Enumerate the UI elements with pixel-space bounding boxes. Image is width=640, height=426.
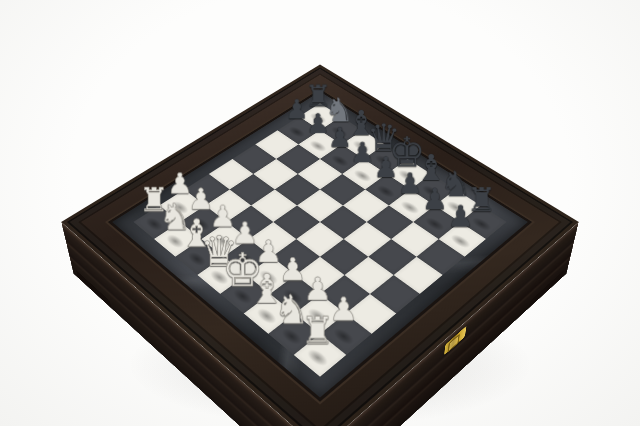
black-pawn-icon: ♟ (437, 193, 482, 241)
case-foot (76, 270, 111, 308)
case-foot (529, 270, 564, 308)
white-rook-icon: ♜ (292, 304, 342, 357)
photo-scene: ♜♞♝♛♚♝♞♜♟♟♟♟♟♟♟♟♟♟♟♟♟♟♟♟♜♞♝♛♚♝♞♜ (0, 0, 640, 426)
brass-latch-hook (447, 333, 459, 352)
